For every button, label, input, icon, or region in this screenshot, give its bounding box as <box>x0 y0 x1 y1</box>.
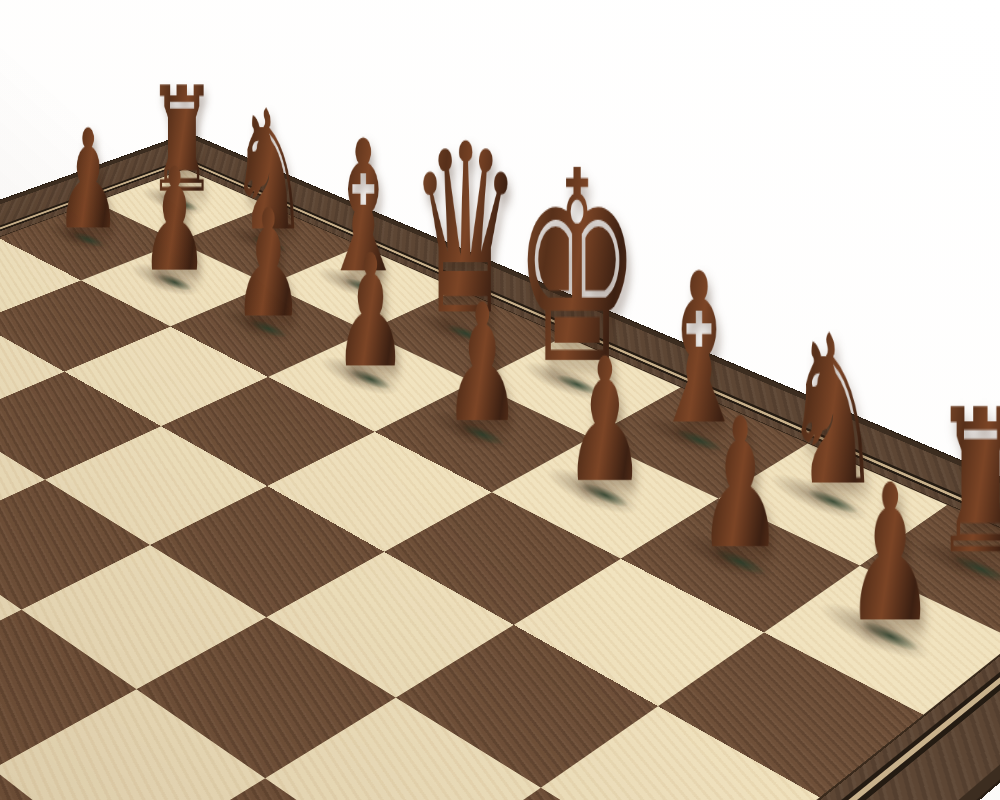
squares-grid: ♜♞♝♛♚♝♞♜♟♟♟♟♟♟♟♟ <box>0 169 1000 800</box>
piece-black-pawn-b7: ♟ <box>141 149 209 292</box>
piece-black-pawn-g7: ♟ <box>697 394 783 573</box>
square-e5 <box>150 486 384 617</box>
piece-black-pawn-c7: ♟ <box>233 189 304 338</box>
piece-black-pawn-h7: ♟ <box>845 459 935 648</box>
piece-black-pawn-a7: ♟ <box>55 111 120 248</box>
piece-black-pawn-e7: ♟ <box>443 282 521 445</box>
chess-set-photo: ♜♞♝♛♚♝♞♜♟♟♟♟♟♟♟♟ <box>0 0 1000 800</box>
piece-black-pawn-f7: ♟ <box>564 335 646 505</box>
piece-black-rook-h8: ♜ <box>933 383 1000 582</box>
chess-board: ♜♞♝♛♚♝♞♜♟♟♟♟♟♟♟♟ <box>0 133 1000 800</box>
piece-black-pawn-d7: ♟ <box>333 234 407 389</box>
